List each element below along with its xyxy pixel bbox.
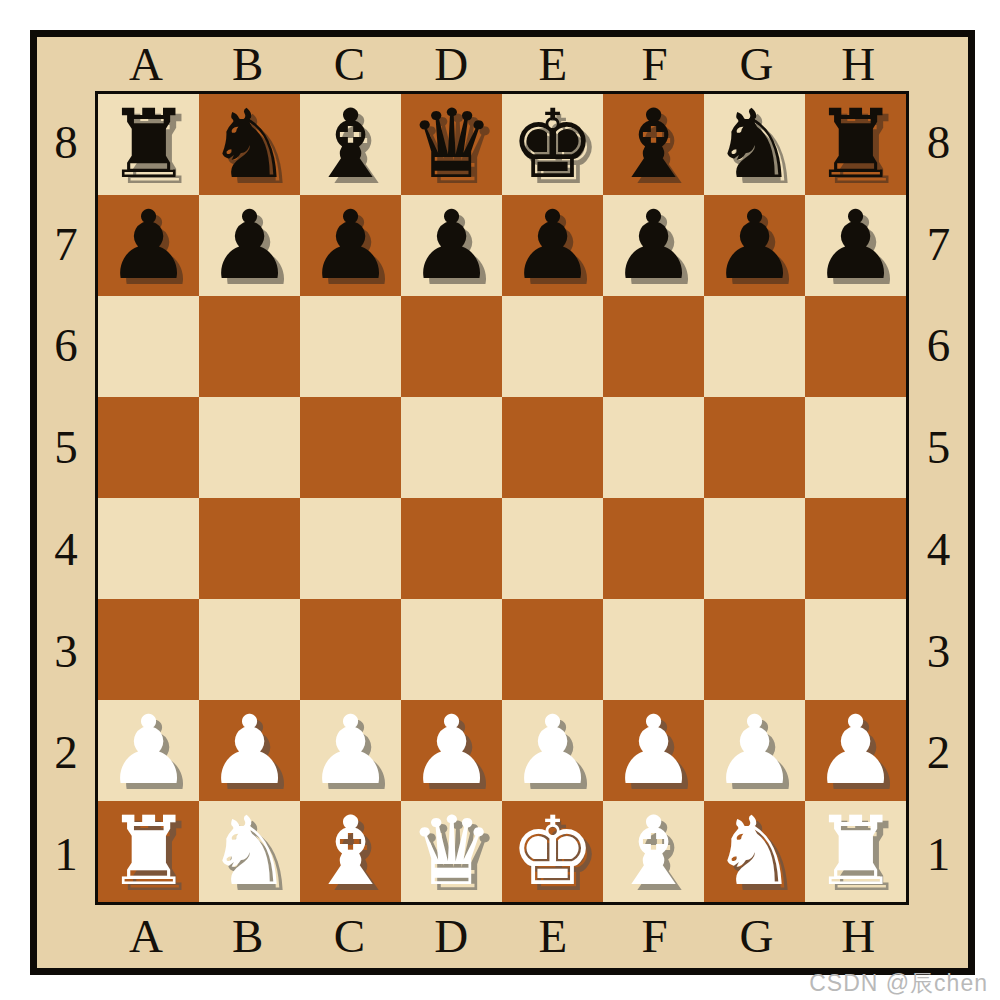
file-label-bottom-e: E bbox=[502, 905, 604, 967]
rank-label-right-1: 1 bbox=[909, 803, 968, 905]
square-a4[interactable] bbox=[98, 498, 199, 599]
square-d5[interactable] bbox=[401, 397, 502, 498]
square-h8[interactable]: ♜ bbox=[805, 94, 906, 195]
black-pawn: ♟ bbox=[106, 195, 191, 296]
file-label-top-f: F bbox=[604, 37, 706, 91]
square-g3[interactable] bbox=[704, 599, 805, 700]
square-b8[interactable]: ♞ bbox=[199, 94, 300, 195]
square-h6[interactable] bbox=[805, 296, 906, 397]
square-b1[interactable]: ♞ bbox=[199, 801, 300, 902]
square-h4[interactable] bbox=[805, 498, 906, 599]
file-labels-top: ABCDEFGH bbox=[95, 37, 909, 91]
file-label-top-b: B bbox=[197, 37, 299, 91]
square-g1[interactable]: ♞ bbox=[704, 801, 805, 902]
rank-label-left-3: 3 bbox=[37, 600, 95, 702]
square-h7[interactable]: ♟ bbox=[805, 195, 906, 296]
square-c1[interactable]: ♝ bbox=[300, 801, 401, 902]
rank-label-right-4: 4 bbox=[909, 498, 968, 600]
square-d4[interactable] bbox=[401, 498, 502, 599]
black-knight: ♞ bbox=[712, 94, 797, 195]
square-f6[interactable] bbox=[603, 296, 704, 397]
white-rook: ♜ bbox=[813, 801, 898, 902]
black-pawn: ♟ bbox=[712, 195, 797, 296]
square-a2[interactable]: ♟ bbox=[98, 700, 199, 801]
square-e7[interactable]: ♟ bbox=[502, 195, 603, 296]
white-pawn: ♟ bbox=[308, 700, 393, 801]
square-a3[interactable] bbox=[98, 599, 199, 700]
white-pawn: ♟ bbox=[409, 700, 494, 801]
black-queen: ♛ bbox=[409, 94, 494, 195]
black-rook: ♜ bbox=[813, 94, 898, 195]
square-h5[interactable] bbox=[805, 397, 906, 498]
square-c8[interactable]: ♝ bbox=[300, 94, 401, 195]
square-d7[interactable]: ♟ bbox=[401, 195, 502, 296]
rank-label-right-8: 8 bbox=[909, 91, 968, 193]
square-e4[interactable] bbox=[502, 498, 603, 599]
square-d2[interactable]: ♟ bbox=[401, 700, 502, 801]
file-label-top-a: A bbox=[95, 37, 197, 91]
square-e2[interactable]: ♟ bbox=[502, 700, 603, 801]
rank-label-right-2: 2 bbox=[909, 702, 968, 804]
square-c5[interactable] bbox=[300, 397, 401, 498]
black-king: ♚ bbox=[510, 94, 595, 195]
square-f1[interactable]: ♝ bbox=[603, 801, 704, 902]
square-f8[interactable]: ♝ bbox=[603, 94, 704, 195]
square-f3[interactable] bbox=[603, 599, 704, 700]
white-queen: ♛ bbox=[409, 801, 494, 902]
white-knight: ♞ bbox=[207, 801, 292, 902]
square-b7[interactable]: ♟ bbox=[199, 195, 300, 296]
square-d8[interactable]: ♛ bbox=[401, 94, 502, 195]
square-b6[interactable] bbox=[199, 296, 300, 397]
square-d3[interactable] bbox=[401, 599, 502, 700]
square-b4[interactable] bbox=[199, 498, 300, 599]
chess-board: ♜♞♝♛♚♝♞♜♟♟♟♟♟♟♟♟♟♟♟♟♟♟♟♟♜♞♝♛♚♝♞♜ bbox=[95, 91, 909, 905]
square-h2[interactable]: ♟ bbox=[805, 700, 906, 801]
file-label-bottom-h: H bbox=[807, 905, 909, 967]
file-label-bottom-f: F bbox=[604, 905, 706, 967]
square-g7[interactable]: ♟ bbox=[704, 195, 805, 296]
square-f7[interactable]: ♟ bbox=[603, 195, 704, 296]
black-pawn: ♟ bbox=[207, 195, 292, 296]
black-pawn: ♟ bbox=[611, 195, 696, 296]
black-bishop: ♝ bbox=[308, 94, 393, 195]
file-label-bottom-c: C bbox=[299, 905, 401, 967]
square-e6[interactable] bbox=[502, 296, 603, 397]
square-b5[interactable] bbox=[199, 397, 300, 498]
white-bishop: ♝ bbox=[611, 801, 696, 902]
square-f2[interactable]: ♟ bbox=[603, 700, 704, 801]
file-label-bottom-g: G bbox=[706, 905, 808, 967]
square-c4[interactable] bbox=[300, 498, 401, 599]
file-labels-bottom: ABCDEFGH bbox=[95, 905, 909, 967]
black-pawn: ♟ bbox=[510, 195, 595, 296]
rank-label-left-8: 8 bbox=[37, 91, 95, 193]
square-g8[interactable]: ♞ bbox=[704, 94, 805, 195]
black-bishop: ♝ bbox=[611, 94, 696, 195]
white-bishop: ♝ bbox=[308, 801, 393, 902]
square-f5[interactable] bbox=[603, 397, 704, 498]
square-c3[interactable] bbox=[300, 599, 401, 700]
rank-label-left-7: 7 bbox=[37, 193, 95, 295]
rank-label-left-2: 2 bbox=[37, 702, 95, 804]
watermark: CSDN @辰chen bbox=[809, 968, 988, 999]
file-label-top-h: H bbox=[807, 37, 909, 91]
square-a8[interactable]: ♜ bbox=[98, 94, 199, 195]
square-c7[interactable]: ♟ bbox=[300, 195, 401, 296]
square-h3[interactable] bbox=[805, 599, 906, 700]
rank-label-left-1: 1 bbox=[37, 803, 95, 905]
rank-label-right-6: 6 bbox=[909, 295, 968, 397]
file-label-top-g: G bbox=[706, 37, 808, 91]
square-g5[interactable] bbox=[704, 397, 805, 498]
file-label-bottom-a: A bbox=[95, 905, 197, 967]
rank-label-right-3: 3 bbox=[909, 600, 968, 702]
white-pawn: ♟ bbox=[207, 700, 292, 801]
square-b2[interactable]: ♟ bbox=[199, 700, 300, 801]
rank-labels-right: 87654321 bbox=[909, 91, 968, 905]
file-label-top-d: D bbox=[400, 37, 502, 91]
rank-label-left-4: 4 bbox=[37, 498, 95, 600]
square-h1[interactable]: ♜ bbox=[805, 801, 906, 902]
square-e1[interactable]: ♚ bbox=[502, 801, 603, 902]
square-g6[interactable] bbox=[704, 296, 805, 397]
page: ABCDEFGH ABCDEFGH 87654321 87654321 ♜♞♝♛… bbox=[0, 0, 1000, 1000]
square-a5[interactable] bbox=[98, 397, 199, 498]
rank-label-left-5: 5 bbox=[37, 396, 95, 498]
square-e3[interactable] bbox=[502, 599, 603, 700]
white-king: ♚ bbox=[510, 801, 595, 902]
square-e8[interactable]: ♚ bbox=[502, 94, 603, 195]
file-label-bottom-b: B bbox=[197, 905, 299, 967]
black-rook: ♜ bbox=[106, 94, 191, 195]
square-a6[interactable] bbox=[98, 296, 199, 397]
white-pawn: ♟ bbox=[106, 700, 191, 801]
black-pawn: ♟ bbox=[409, 195, 494, 296]
file-label-top-c: C bbox=[299, 37, 401, 91]
rank-labels-left: 87654321 bbox=[37, 91, 95, 905]
white-pawn: ♟ bbox=[813, 700, 898, 801]
white-pawn: ♟ bbox=[712, 700, 797, 801]
square-g2[interactable]: ♟ bbox=[704, 700, 805, 801]
square-a7[interactable]: ♟ bbox=[98, 195, 199, 296]
rank-label-right-7: 7 bbox=[909, 193, 968, 295]
rank-label-right-5: 5 bbox=[909, 396, 968, 498]
white-rook: ♜ bbox=[106, 801, 191, 902]
square-e5[interactable] bbox=[502, 397, 603, 498]
black-pawn: ♟ bbox=[813, 195, 898, 296]
square-a1[interactable]: ♜ bbox=[98, 801, 199, 902]
black-knight: ♞ bbox=[207, 94, 292, 195]
square-d6[interactable] bbox=[401, 296, 502, 397]
white-pawn: ♟ bbox=[510, 700, 595, 801]
board-frame: ABCDEFGH ABCDEFGH 87654321 87654321 ♜♞♝♛… bbox=[30, 30, 975, 975]
white-pawn: ♟ bbox=[611, 700, 696, 801]
black-pawn: ♟ bbox=[308, 195, 393, 296]
file-label-bottom-d: D bbox=[400, 905, 502, 967]
square-b3[interactable] bbox=[199, 599, 300, 700]
square-c6[interactable] bbox=[300, 296, 401, 397]
square-c2[interactable]: ♟ bbox=[300, 700, 401, 801]
file-label-top-e: E bbox=[502, 37, 604, 91]
square-d1[interactable]: ♛ bbox=[401, 801, 502, 902]
white-knight: ♞ bbox=[712, 801, 797, 902]
rank-label-left-6: 6 bbox=[37, 295, 95, 397]
square-g4[interactable] bbox=[704, 498, 805, 599]
square-f4[interactable] bbox=[603, 498, 704, 599]
